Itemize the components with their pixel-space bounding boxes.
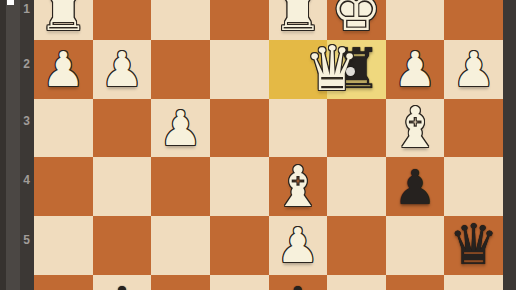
rank-label-3: 3	[0, 114, 30, 128]
square-e5[interactable]	[210, 216, 269, 275]
square-h2[interactable]: ♟	[34, 40, 93, 99]
square-a3[interactable]	[444, 99, 503, 158]
white-pawn[interactable]: ♟	[100, 45, 143, 93]
square-c3[interactable]	[327, 99, 386, 158]
rank-label-4: 4	[0, 173, 30, 187]
square-b3[interactable]: ♝	[386, 99, 445, 158]
cursor-dot	[346, 67, 355, 76]
white-pawn[interactable]: ♟	[452, 45, 495, 93]
square-d2[interactable]: ♛	[269, 40, 328, 99]
white-rook[interactable]: ♜	[38, 0, 88, 39]
square-a6[interactable]	[444, 275, 503, 290]
square-a1[interactable]	[444, 0, 503, 40]
rank-label-2: 2	[0, 57, 30, 71]
square-b6[interactable]	[386, 275, 445, 290]
white-pawn[interactable]: ♟	[276, 221, 319, 269]
board: ♜♜♚♟♟♛♜♟♟♟♝♝♟♟♛♟♟	[34, 0, 503, 290]
square-e4[interactable]	[210, 157, 269, 216]
black-pawn[interactable]: ♟	[100, 280, 143, 290]
left-sidebar: 1 2 3 4 5	[0, 0, 34, 290]
square-e1[interactable]	[210, 0, 269, 40]
square-f2[interactable]	[151, 40, 210, 99]
square-f4[interactable]	[151, 157, 210, 216]
square-g5[interactable]	[93, 216, 152, 275]
square-h3[interactable]	[34, 99, 93, 158]
square-e2[interactable]	[210, 40, 269, 99]
square-f5[interactable]	[151, 216, 210, 275]
square-f1[interactable]	[151, 0, 210, 40]
square-b4[interactable]: ♟	[386, 157, 445, 216]
square-a4[interactable]	[444, 157, 503, 216]
square-g1[interactable]	[93, 0, 152, 40]
square-g2[interactable]: ♟	[93, 40, 152, 99]
square-e6[interactable]	[210, 275, 269, 290]
square-d3[interactable]	[269, 99, 328, 158]
square-b2[interactable]: ♟	[386, 40, 445, 99]
square-h6[interactable]	[34, 275, 93, 290]
square-h4[interactable]	[34, 157, 93, 216]
square-h1[interactable]: ♜	[34, 0, 93, 40]
square-b1[interactable]	[386, 0, 445, 40]
black-pawn[interactable]: ♟	[276, 280, 319, 290]
right-strip	[503, 0, 516, 290]
white-pawn[interactable]: ♟	[42, 45, 85, 93]
square-d4[interactable]: ♝	[269, 157, 328, 216]
square-g4[interactable]	[93, 157, 152, 216]
white-bishop[interactable]: ♝	[390, 100, 440, 156]
black-pawn[interactable]: ♟	[394, 163, 437, 211]
square-b5[interactable]	[386, 216, 445, 275]
rank-label-1: 1	[0, 2, 30, 16]
rank-label-5: 5	[0, 233, 30, 247]
square-a2[interactable]: ♟	[444, 40, 503, 99]
square-c5[interactable]	[327, 216, 386, 275]
square-h5[interactable]	[34, 216, 93, 275]
square-a5[interactable]: ♛	[444, 216, 503, 275]
square-g3[interactable]	[93, 99, 152, 158]
square-g6[interactable]: ♟	[93, 275, 152, 290]
black-queen[interactable]: ♛	[449, 217, 499, 273]
chess-app-screen: ♜♜♚♟♟♛♜♟♟♟♝♝♟♟♛♟♟ 1 2 3 4 5	[0, 0, 516, 290]
square-c6[interactable]	[327, 275, 386, 290]
white-bishop[interactable]: ♝	[273, 159, 323, 215]
square-c4[interactable]	[327, 157, 386, 216]
square-f6[interactable]	[151, 275, 210, 290]
square-d5[interactable]: ♟	[269, 216, 328, 275]
square-e3[interactable]	[210, 99, 269, 158]
square-d6[interactable]: ♟	[269, 275, 328, 290]
white-pawn[interactable]: ♟	[394, 45, 437, 93]
square-f3[interactable]: ♟	[151, 99, 210, 158]
white-pawn[interactable]: ♟	[159, 104, 202, 152]
